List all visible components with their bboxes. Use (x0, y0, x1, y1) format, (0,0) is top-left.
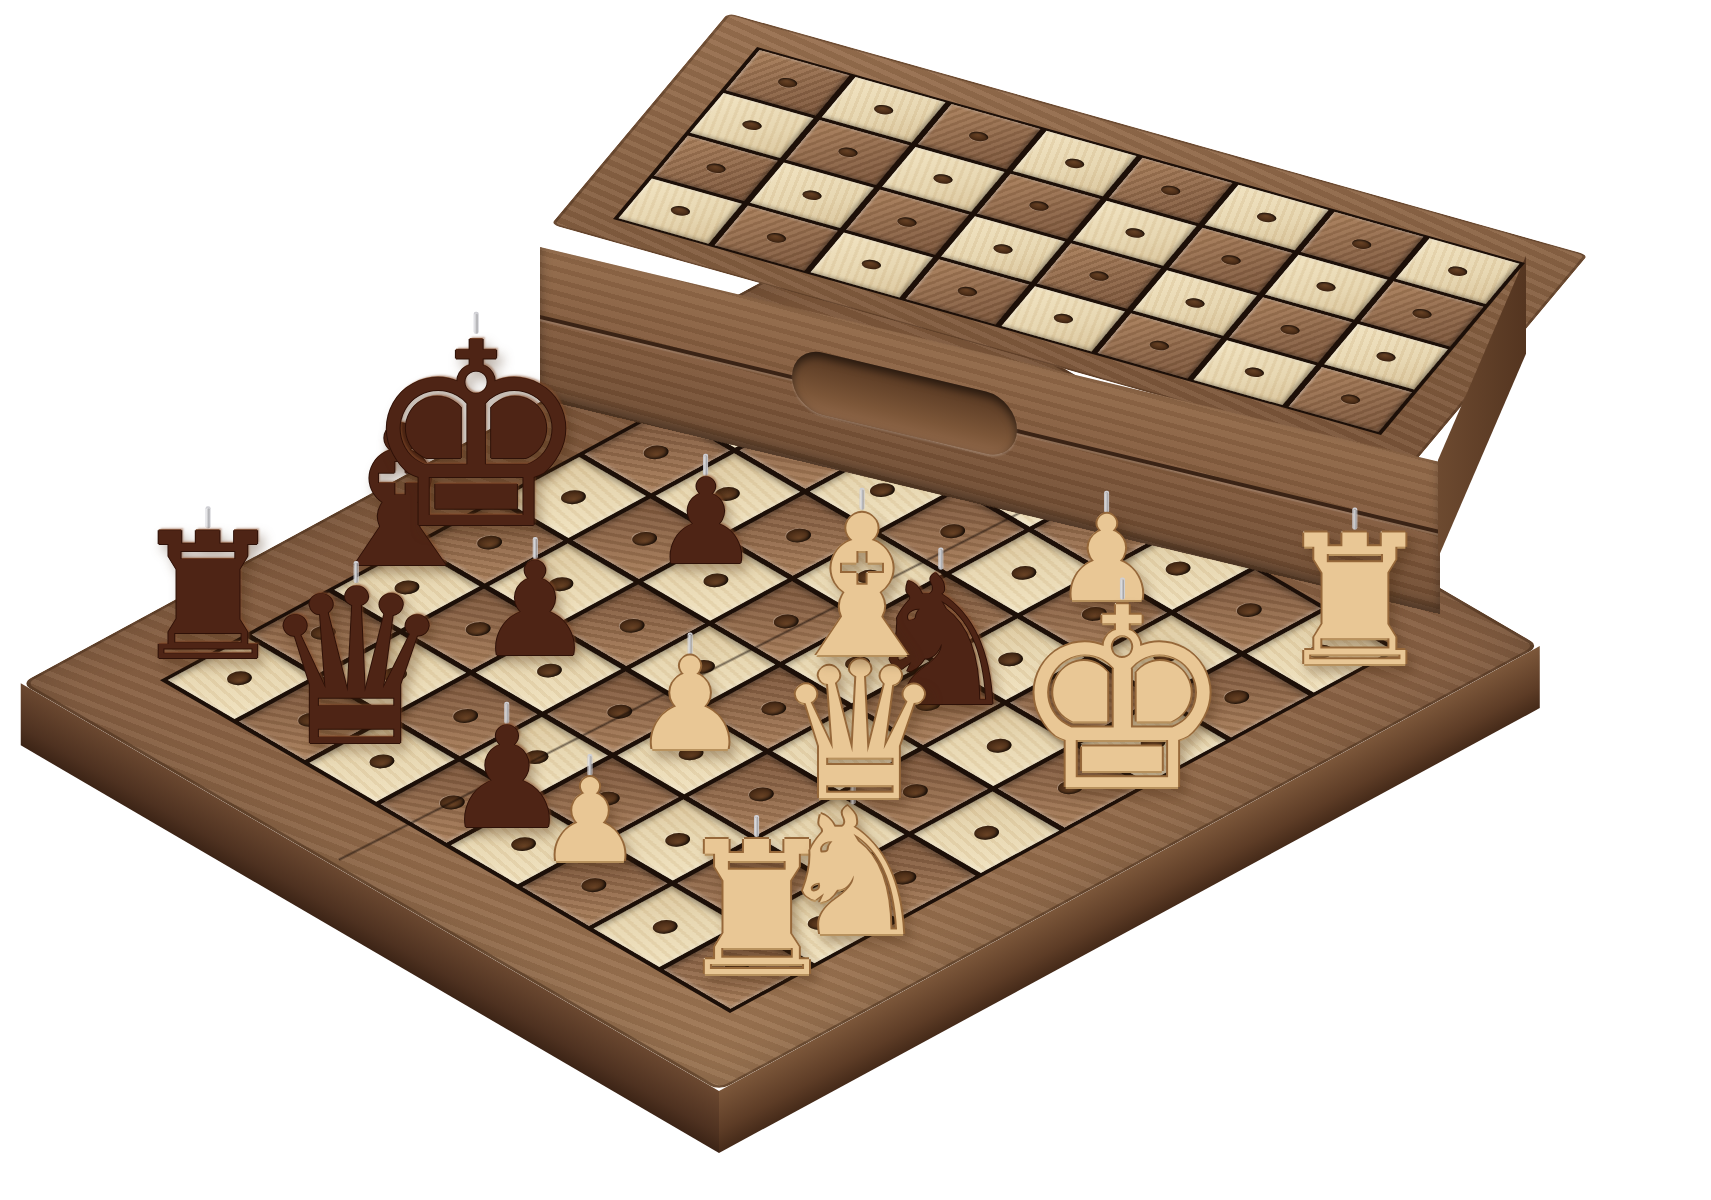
peg-hole (1161, 559, 1196, 579)
peg-hole (615, 616, 650, 636)
peg-hole (460, 619, 495, 639)
peg-hole (1077, 604, 1112, 624)
peg-hole (377, 665, 412, 685)
peg-hole (756, 699, 791, 719)
peg-hole (1087, 269, 1112, 282)
piece-metal-pin (206, 508, 209, 528)
peg-hole (982, 736, 1017, 756)
peg-hole (994, 650, 1029, 670)
peg-hole (1303, 642, 1338, 662)
chess-set-product-photo: ♜♝♚♛♟♟♟♞♜♞♟♟♛♝♟♚♜ (0, 0, 1711, 1200)
peg-hole (473, 533, 508, 553)
peg-hole (886, 868, 921, 888)
peg-hole (1122, 227, 1147, 240)
peg-hole (781, 525, 816, 545)
peg-hole (704, 162, 729, 175)
peg-hole (1006, 563, 1041, 583)
peg-hole (744, 785, 779, 805)
peg-hole (1182, 296, 1207, 309)
peg-hole (1062, 157, 1087, 170)
peg-hole (544, 574, 579, 594)
peg-hole (1136, 732, 1171, 752)
peg-hole (764, 231, 789, 244)
peg-hole (1065, 691, 1100, 711)
peg-hole (1052, 778, 1087, 798)
peg-hole (531, 661, 566, 681)
peg-hole (969, 823, 1004, 843)
peg-hole (719, 958, 754, 978)
peg-hole (389, 578, 424, 598)
peg-hole (1278, 323, 1303, 336)
peg-hole (1218, 253, 1243, 266)
peg-hole (1027, 200, 1052, 213)
peg-hole (731, 872, 766, 892)
peg-hole (1445, 265, 1470, 278)
peg-hole (1219, 687, 1254, 707)
peg-hole (835, 146, 860, 159)
peg-hole (1232, 601, 1267, 621)
peg-hole (991, 242, 1016, 255)
peg-hole (967, 130, 992, 143)
peg-hole (590, 789, 625, 809)
peg-hole (871, 103, 896, 116)
peg-hole (1338, 393, 1363, 406)
peg-hole (1242, 366, 1267, 379)
peg-hole (799, 189, 824, 202)
peg-hole (827, 740, 862, 760)
peg-hole (1147, 339, 1172, 352)
peg-hole (1051, 312, 1076, 325)
piece-metal-pin (474, 314, 477, 334)
peg-hole (1374, 350, 1399, 363)
peg-hole (223, 668, 258, 688)
peg-hole (661, 830, 696, 850)
peg-hole (698, 571, 733, 591)
peg-hole (739, 119, 764, 132)
peg-hole (294, 710, 329, 730)
peg-hole (1254, 211, 1279, 224)
peg-hole (364, 751, 399, 771)
peg-hole (1148, 646, 1183, 666)
peg-hole (898, 781, 933, 801)
peg-hole (815, 827, 850, 847)
peg-hole (1410, 307, 1435, 320)
box-handle-notch (792, 345, 1017, 461)
peg-hole (648, 917, 683, 937)
peg-hole (710, 484, 745, 504)
peg-hole (775, 76, 800, 89)
peg-hole (1350, 238, 1375, 251)
peg-hole (931, 173, 956, 186)
peg-hole (673, 744, 708, 764)
peg-hole (859, 258, 884, 271)
peg-hole (1314, 280, 1339, 293)
peg-hole (556, 488, 591, 508)
peg-hole (911, 695, 946, 715)
peg-hole (577, 875, 612, 895)
peg-hole (840, 653, 875, 673)
peg-hole (668, 204, 693, 217)
peg-hole (639, 443, 674, 463)
peg-hole (1158, 184, 1183, 197)
peg-hole (895, 215, 920, 228)
peg-hole (627, 529, 662, 549)
peg-hole (448, 706, 483, 726)
peg-hole (923, 608, 958, 628)
peg-hole (306, 623, 341, 643)
peg-hole (955, 285, 980, 298)
peg-hole (506, 834, 541, 854)
peg-hole (802, 913, 837, 933)
piece-metal-pin (398, 400, 401, 420)
